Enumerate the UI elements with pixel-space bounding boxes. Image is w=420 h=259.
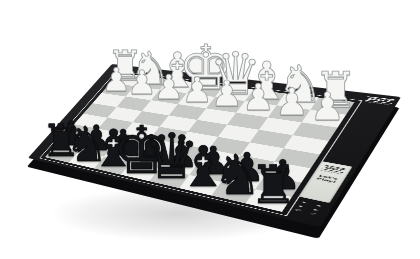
piece-white-pawn-g2[interactable]: ♟ bbox=[127, 67, 157, 100]
piece-white-pawn-e2[interactable]: ♟ bbox=[181, 73, 212, 108]
piece-white-pawn-b2[interactable]: ♟ bbox=[275, 84, 309, 122]
piece-black-rook-a8[interactable]: ♜ bbox=[250, 158, 298, 211]
dgt-brand-logo: DGT centaur bbox=[362, 94, 398, 106]
piece-white-pawn-f2[interactable]: ♟ bbox=[153, 70, 184, 104]
piece-white-pawn-d2[interactable]: ♟ bbox=[211, 77, 243, 113]
piece-white-pawn-c2[interactable]: ♟ bbox=[242, 80, 275, 117]
piece-white-pawn-a2[interactable]: ♟ bbox=[310, 88, 345, 127]
dgt-centaur-chess-board-photo: DGT centaur DGT centaur Let's Play! ◂ ▴ … bbox=[0, 0, 420, 259]
